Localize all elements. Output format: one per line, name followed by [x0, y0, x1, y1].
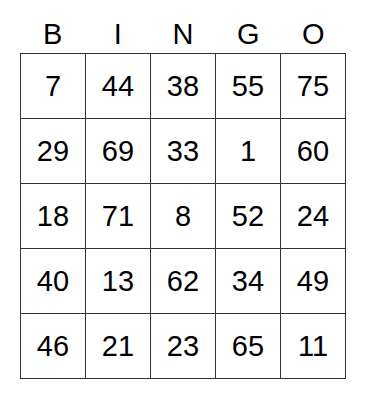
bingo-cell-r4c5[interactable]: 49 — [281, 249, 345, 313]
bingo-cell-r2c5[interactable]: 60 — [281, 119, 345, 183]
bingo-grid: 7 44 38 55 75 29 69 33 1 60 18 71 8 52 2… — [20, 53, 346, 379]
bingo-cell-r3c3[interactable]: 8 — [151, 184, 215, 248]
bingo-cell-r4c3[interactable]: 62 — [151, 249, 215, 313]
bingo-cell-r1c4[interactable]: 55 — [216, 54, 280, 118]
bingo-cell-r1c2[interactable]: 44 — [86, 54, 150, 118]
bingo-cell-r4c2[interactable]: 13 — [86, 249, 150, 313]
bingo-cell-r1c3[interactable]: 38 — [151, 54, 215, 118]
bingo-cell-r2c2[interactable]: 69 — [86, 119, 150, 183]
bingo-cell-r5c1[interactable]: 46 — [21, 314, 85, 378]
bingo-cell-r1c5[interactable]: 75 — [281, 54, 345, 118]
bingo-cell-r2c4[interactable]: 1 — [216, 119, 280, 183]
header-letter-g: G — [216, 20, 281, 49]
bingo-cell-r3c2[interactable]: 71 — [86, 184, 150, 248]
bingo-cell-r5c4[interactable]: 65 — [216, 314, 280, 378]
header-letter-i: I — [85, 20, 150, 49]
header-letter-b: B — [20, 20, 85, 49]
bingo-cell-r4c4[interactable]: 34 — [216, 249, 280, 313]
bingo-cell-r5c3[interactable]: 23 — [151, 314, 215, 378]
bingo-card-page: B I N G O 7 44 38 55 75 29 69 33 1 60 18… — [0, 0, 368, 400]
bingo-cell-r3c1[interactable]: 18 — [21, 184, 85, 248]
bingo-cell-r1c1[interactable]: 7 — [21, 54, 85, 118]
bingo-cell-r2c3[interactable]: 33 — [151, 119, 215, 183]
bingo-header-row: B I N G O — [20, 16, 346, 53]
bingo-card: B I N G O 7 44 38 55 75 29 69 33 1 60 18… — [20, 16, 346, 379]
bingo-cell-r4c1[interactable]: 40 — [21, 249, 85, 313]
bingo-cell-r5c2[interactable]: 21 — [86, 314, 150, 378]
header-letter-n: N — [150, 20, 215, 49]
bingo-cell-r3c5[interactable]: 24 — [281, 184, 345, 248]
bingo-cell-r5c5[interactable]: 11 — [281, 314, 345, 378]
bingo-cell-r3c4[interactable]: 52 — [216, 184, 280, 248]
bingo-cell-r2c1[interactable]: 29 — [21, 119, 85, 183]
header-letter-o: O — [281, 20, 346, 49]
